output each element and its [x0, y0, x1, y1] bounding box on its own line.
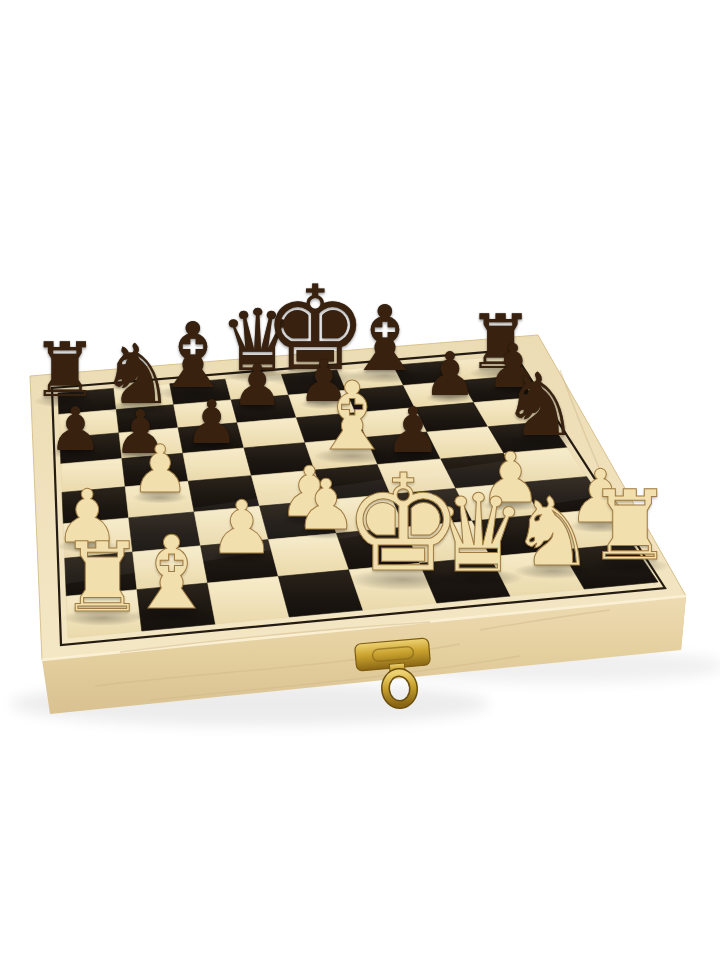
square-c1	[208, 576, 290, 624]
piece-white-rook-h1[interactable]: ♜	[587, 479, 673, 575]
piece-white-rook-a1[interactable]: ♜	[59, 530, 145, 626]
piece-white-pawn-b4[interactable]: ♟	[130, 438, 189, 504]
piece-black-pawn-a6[interactable]: ♟	[48, 399, 102, 459]
piece-black-pawn-d7[interactable]: ♟	[232, 356, 284, 414]
piece-white-king-e1[interactable]: ♚	[343, 457, 463, 591]
piece-black-pawn-c6[interactable]: ♟	[185, 392, 239, 452]
piece-white-pawn-c2[interactable]: ♟	[209, 491, 275, 565]
product-photo: ♜♞♝♛♚♝♜♞♟♟♟♟♟♟♟♟♜♝♚♛♞♜♝♟♟♟♟♟♟♟	[0, 0, 720, 960]
